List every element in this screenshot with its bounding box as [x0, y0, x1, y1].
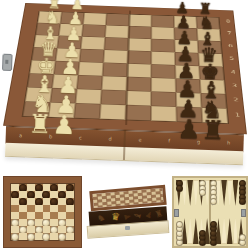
checkers-disc [42, 233, 50, 241]
checkers-square [11, 198, 19, 205]
stored-chess-piece: ♟ [144, 210, 154, 220]
chess-square [52, 74, 78, 89]
chess-square [36, 23, 61, 36]
chess-square [77, 75, 103, 90]
file-label: a [19, 133, 22, 138]
checkers-square [43, 191, 51, 198]
backgammon-checker [239, 198, 246, 205]
checkers-square [27, 233, 35, 240]
checkers-square [66, 198, 74, 205]
checkers-square [19, 205, 27, 212]
backgammon-point [193, 180, 199, 206]
checkers-square [19, 226, 27, 233]
checkers-square [58, 233, 66, 240]
chess-square [102, 76, 127, 91]
chess-square [127, 63, 151, 77]
backgammon-point [227, 218, 233, 244]
stored-chess-piece: ♜ [154, 209, 165, 220]
chess-square [78, 62, 103, 76]
checkers-square [19, 184, 27, 191]
checkers-square [50, 184, 58, 191]
backgammon-point [221, 180, 227, 206]
chess-square [174, 28, 197, 41]
backgammon-checker [176, 185, 183, 192]
chess-square [151, 39, 175, 52]
backgammon-point [221, 218, 227, 244]
backgammon-point [233, 218, 239, 244]
chess-board-surface: 87654321 [3, 3, 247, 134]
backgammon-point [193, 218, 199, 244]
checkers-inset [3, 176, 82, 248]
chess-square [151, 106, 177, 122]
backgammon-point [187, 218, 193, 244]
file-label: e [138, 137, 141, 142]
checkers-square [50, 212, 58, 219]
checkers-square [66, 233, 74, 240]
checkers-square [11, 233, 19, 240]
checkers-square [35, 184, 43, 191]
chess-square [56, 48, 81, 62]
chess-square [151, 27, 174, 40]
chess-square [174, 16, 197, 29]
chess-square [59, 24, 83, 37]
checkers-square [27, 219, 35, 226]
chess-square [126, 77, 151, 92]
rank-label: 3 [232, 84, 237, 88]
chess-photo: 87654321 abcdefgh ♜♟♟♜♞♟♟♞♝♟♟♝♛♟♟♛♚♟♟♚♝♟… [0, 0, 250, 172]
backgammon-checker [176, 221, 183, 228]
file-label: b [49, 134, 52, 139]
chess-square [75, 89, 101, 104]
chess-square [50, 88, 77, 103]
backgammon-checker [210, 221, 217, 228]
chess-square [23, 101, 51, 117]
chess-square [82, 24, 106, 37]
chess-square [176, 92, 202, 107]
checkers-square [58, 191, 66, 198]
checkers-disc [27, 233, 35, 241]
backgammon-point [233, 180, 239, 206]
chess-board-assembly: 87654321 abcdefgh ♜♟♟♜♞♟♟♞♝♟♟♝♛♟♟♛♚♟♟♚♝♟… [0, 0, 250, 172]
chess-square [104, 37, 128, 50]
checkers-square [27, 191, 35, 198]
chess-square [198, 41, 222, 54]
chess-square [125, 105, 151, 121]
checkers-square [50, 233, 58, 240]
checkers-square [35, 205, 43, 212]
chess-square [202, 108, 229, 124]
box-latch [125, 226, 130, 230]
chess-square [128, 26, 151, 39]
checkers-square [35, 212, 43, 219]
stored-chess-piece: ♟ [122, 213, 131, 222]
stored-chess-piece: ♛ [110, 211, 120, 222]
rank-label: 1 [235, 113, 240, 118]
rank-label: 8 [226, 20, 231, 24]
checkers-square [27, 205, 35, 212]
checkers-square [50, 226, 58, 233]
checkers-square [50, 205, 58, 212]
rank-label: 6 [228, 44, 233, 48]
chess-square [54, 61, 80, 75]
checkers-square [66, 226, 74, 233]
backgammon-checker [199, 230, 206, 237]
chess-square [201, 93, 227, 108]
chess-square [60, 12, 84, 24]
chess-square [101, 90, 127, 105]
checkers-square [11, 205, 19, 212]
chess-square [105, 25, 129, 38]
chess-square [103, 63, 128, 77]
chess-square [151, 64, 175, 78]
checkers-square [50, 198, 58, 205]
chess-square [25, 87, 52, 102]
chess-square [74, 103, 101, 119]
chess-square [79, 49, 104, 63]
folded-box-inset: ♞♛♟♝♟♜ [86, 184, 170, 242]
checkers-square [58, 205, 66, 212]
chess-square [129, 14, 152, 26]
file-label: h [227, 141, 230, 146]
chess-square [198, 53, 223, 67]
chess-square [48, 102, 75, 118]
chess-square [196, 17, 219, 30]
checkers-grid [10, 183, 75, 241]
stored-chess-piece: ♝ [133, 211, 144, 221]
chess-square [151, 15, 174, 28]
product-photo: 87654321 abcdefgh ♜♟♟♜♞♟♟♞♝♟♟♝♛♟♟♛♚♟♟♚♝♟… [0, 0, 250, 250]
file-label: c [79, 135, 82, 140]
checkers-square [35, 233, 43, 240]
checkers-square [43, 233, 51, 240]
chess-square [27, 73, 54, 88]
chess-square [176, 79, 201, 94]
stored-chess-piece: ♞ [96, 213, 107, 225]
chess-square [81, 36, 105, 49]
rank-label: 5 [229, 57, 234, 61]
file-label: d [108, 136, 111, 141]
chess-square [151, 51, 175, 65]
metal-clasp [2, 54, 13, 71]
checkers-square [19, 212, 27, 219]
checkers-square [66, 184, 74, 191]
backgammon-point [227, 180, 233, 206]
checkers-square [58, 219, 66, 226]
chess-square [176, 107, 202, 123]
backgammon-point [187, 180, 193, 206]
chess-square [175, 65, 200, 79]
checkers-square [58, 198, 66, 205]
checkers-square [19, 198, 27, 205]
rank-label: 7 [227, 32, 232, 36]
chess-square [83, 13, 107, 25]
chess-square [151, 92, 176, 107]
rank-label: 4 [231, 70, 236, 74]
checkers-disc [58, 233, 66, 241]
checkers-square [35, 226, 43, 233]
checkers-square [43, 198, 51, 205]
chess-square [106, 14, 129, 26]
rank-label: 2 [233, 98, 238, 102]
checkers-square [11, 191, 19, 198]
chess-square [103, 50, 127, 64]
chess-square [151, 78, 176, 93]
chess-square [127, 51, 151, 65]
chess-square [32, 47, 58, 61]
chess-square [174, 40, 198, 53]
chess-square [100, 104, 126, 120]
hinge-icon [174, 209, 179, 217]
chess-square [199, 66, 224, 80]
checkers-square [43, 219, 51, 226]
checkers-square [19, 233, 27, 240]
checkers-disc [11, 233, 19, 241]
chess-square [200, 79, 226, 94]
checkers-square [27, 198, 35, 205]
chess-square [126, 91, 151, 106]
checkers-square [66, 205, 74, 212]
chess-square [128, 38, 152, 51]
chess-square [175, 52, 199, 66]
backgammon-inset [172, 176, 248, 248]
hinge-icon [241, 209, 246, 217]
chess-square [57, 36, 82, 49]
chess-square [29, 60, 55, 74]
checkers-square [66, 212, 74, 219]
chess-square [34, 35, 59, 48]
file-label: f [168, 139, 170, 144]
chess-square [197, 28, 221, 41]
checkers-square [11, 219, 19, 226]
chess-square [38, 11, 62, 23]
checkers-square [35, 198, 43, 205]
backgammon-board [176, 180, 244, 244]
checkers-square [43, 205, 51, 212]
file-label: g [197, 140, 200, 145]
